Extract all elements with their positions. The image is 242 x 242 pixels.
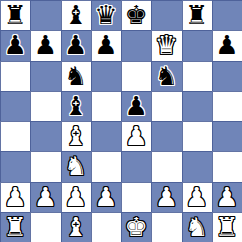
square-b4[interactable] — [30, 121, 60, 151]
square-c7[interactable]: ♟ — [61, 30, 91, 60]
square-g8[interactable]: ♜ — [182, 0, 212, 30]
white-queen-piece: ♛ — [155, 32, 178, 58]
square-e3[interactable] — [121, 151, 151, 181]
square-g4[interactable] — [182, 121, 212, 151]
black-pawn-piece: ♟ — [215, 32, 238, 58]
square-c8[interactable]: ♝ — [61, 0, 91, 30]
square-a7[interactable]: ♟ — [0, 30, 30, 60]
square-g2[interactable]: ♟ — [182, 182, 212, 212]
square-g7[interactable] — [182, 30, 212, 60]
square-g5[interactable] — [182, 91, 212, 121]
white-bishop-piece: ♝ — [64, 123, 87, 149]
white-pawn-piece: ♟ — [64, 184, 87, 210]
square-h8[interactable] — [212, 0, 242, 30]
square-e6[interactable] — [121, 61, 151, 91]
square-d8[interactable]: ♛ — [91, 0, 121, 30]
square-h1[interactable]: ♜ — [212, 212, 242, 242]
square-c2[interactable]: ♟ — [61, 182, 91, 212]
square-f4[interactable] — [151, 121, 181, 151]
square-e7[interactable] — [121, 30, 151, 60]
square-d7[interactable]: ♟ — [91, 30, 121, 60]
white-pawn-piece: ♟ — [34, 184, 57, 210]
white-pawn-piece: ♟ — [215, 184, 238, 210]
square-d3[interactable] — [91, 151, 121, 181]
square-a4[interactable] — [0, 121, 30, 151]
square-c4[interactable]: ♝ — [61, 121, 91, 151]
square-b6[interactable] — [30, 61, 60, 91]
square-e5[interactable]: ♟ — [121, 91, 151, 121]
black-bishop-piece: ♝ — [64, 93, 87, 119]
square-f6[interactable]: ♞ — [151, 61, 181, 91]
white-pawn-piece: ♟ — [155, 184, 178, 210]
white-pawn-piece: ♟ — [124, 123, 147, 149]
square-a1[interactable]: ♜ — [0, 212, 30, 242]
white-rook-piece: ♜ — [3, 214, 26, 240]
square-h2[interactable]: ♟ — [212, 182, 242, 212]
square-a6[interactable] — [0, 61, 30, 91]
black-knight-piece: ♞ — [155, 63, 178, 89]
square-a3[interactable] — [0, 151, 30, 181]
square-h7[interactable]: ♟ — [212, 30, 242, 60]
white-pawn-piece: ♟ — [3, 184, 26, 210]
square-b5[interactable] — [30, 91, 60, 121]
square-h4[interactable] — [212, 121, 242, 151]
square-b2[interactable]: ♟ — [30, 182, 60, 212]
square-b7[interactable]: ♟ — [30, 30, 60, 60]
white-bishop-piece: ♝ — [64, 214, 87, 240]
square-f8[interactable] — [151, 0, 181, 30]
black-bishop-piece: ♝ — [64, 2, 87, 28]
square-c3[interactable]: ♞ — [61, 151, 91, 181]
square-d5[interactable] — [91, 91, 121, 121]
black-queen-piece: ♛ — [94, 2, 117, 28]
square-g6[interactable] — [182, 61, 212, 91]
black-pawn-piece: ♟ — [3, 32, 26, 58]
black-pawn-piece: ♟ — [64, 32, 87, 58]
square-a5[interactable] — [0, 91, 30, 121]
square-h3[interactable] — [212, 151, 242, 181]
white-pawn-piece: ♟ — [94, 184, 117, 210]
square-e1[interactable]: ♚ — [121, 212, 151, 242]
square-g1[interactable]: ♞ — [182, 212, 212, 242]
square-c1[interactable]: ♝ — [61, 212, 91, 242]
square-c5[interactable]: ♝ — [61, 91, 91, 121]
square-f5[interactable] — [151, 91, 181, 121]
white-pawn-piece: ♟ — [185, 184, 208, 210]
white-king-piece: ♚ — [124, 214, 147, 240]
square-d4[interactable] — [91, 121, 121, 151]
square-e2[interactable] — [121, 182, 151, 212]
square-b3[interactable] — [30, 151, 60, 181]
square-h5[interactable] — [212, 91, 242, 121]
chess-board: ♜♝♛♚♜♟♟♟♟♛♟♞♞♝♟♝♟♞♟♟♟♟♟♟♟♜♝♚♞♜ — [0, 0, 242, 242]
square-h6[interactable] — [212, 61, 242, 91]
square-e4[interactable]: ♟ — [121, 121, 151, 151]
square-f2[interactable]: ♟ — [151, 182, 181, 212]
white-rook-piece: ♜ — [215, 214, 238, 240]
square-f3[interactable] — [151, 151, 181, 181]
square-a8[interactable]: ♜ — [0, 0, 30, 30]
square-f1[interactable] — [151, 212, 181, 242]
black-pawn-piece: ♟ — [124, 93, 147, 119]
black-rook-piece: ♜ — [3, 2, 26, 28]
black-king-piece: ♚ — [124, 2, 147, 28]
square-d1[interactable] — [91, 212, 121, 242]
white-knight-piece: ♞ — [185, 214, 208, 240]
square-d6[interactable] — [91, 61, 121, 91]
black-pawn-piece: ♟ — [34, 32, 57, 58]
black-rook-piece: ♜ — [185, 2, 208, 28]
square-b1[interactable] — [30, 212, 60, 242]
square-e8[interactable]: ♚ — [121, 0, 151, 30]
black-knight-piece: ♞ — [64, 63, 87, 89]
square-b8[interactable] — [30, 0, 60, 30]
square-g3[interactable] — [182, 151, 212, 181]
square-c6[interactable]: ♞ — [61, 61, 91, 91]
square-a2[interactable]: ♟ — [0, 182, 30, 212]
black-pawn-piece: ♟ — [94, 32, 117, 58]
white-knight-piece: ♞ — [64, 153, 87, 179]
square-d2[interactable]: ♟ — [91, 182, 121, 212]
square-f7[interactable]: ♛ — [151, 30, 181, 60]
